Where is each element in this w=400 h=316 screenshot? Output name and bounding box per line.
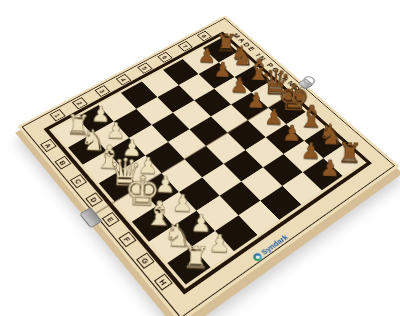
product-photo-chess-set: 12345678 ABCDEFGH MADE IN POLAND ♜♟♟♜♞♟♟… (0, 0, 400, 316)
chess-board: 12345678 ABCDEFGH MADE IN POLAND ♜♟♟♜♞♟♟… (17, 15, 399, 316)
pawn-piece-glyph: ♟ (311, 157, 349, 181)
rook-piece-glyph: ♜ (175, 242, 217, 274)
